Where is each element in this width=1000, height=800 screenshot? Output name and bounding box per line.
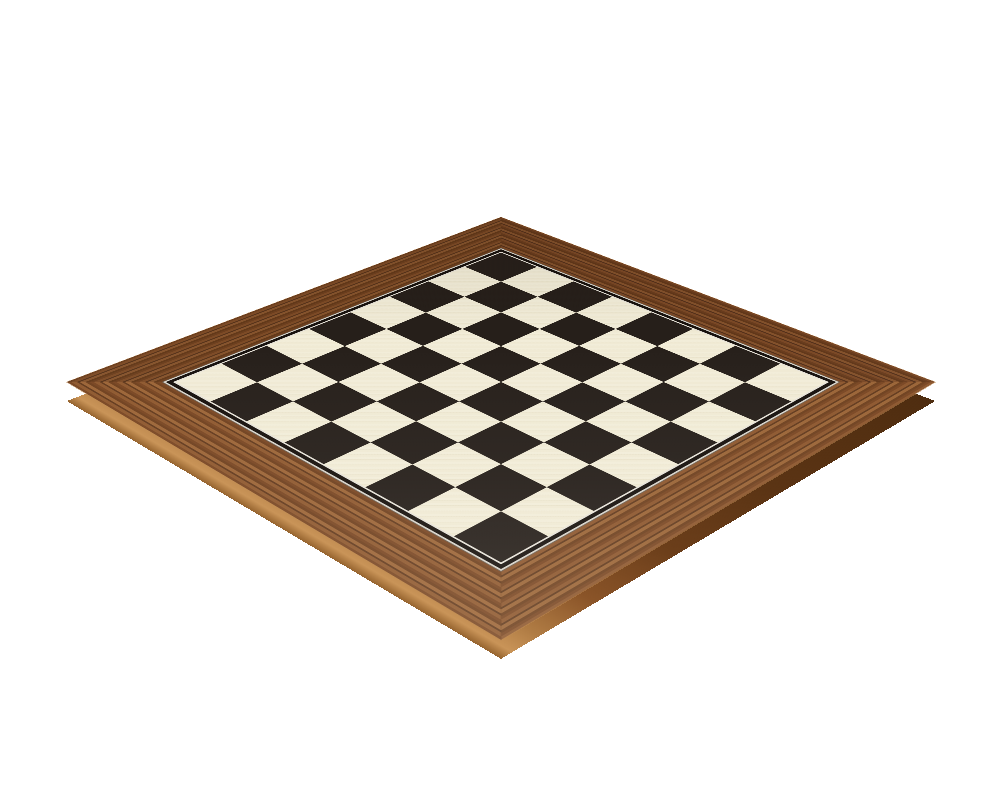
playing-field-border [163, 248, 839, 571]
chess-board [67, 217, 935, 640]
product-photo-scene [0, 0, 1000, 800]
